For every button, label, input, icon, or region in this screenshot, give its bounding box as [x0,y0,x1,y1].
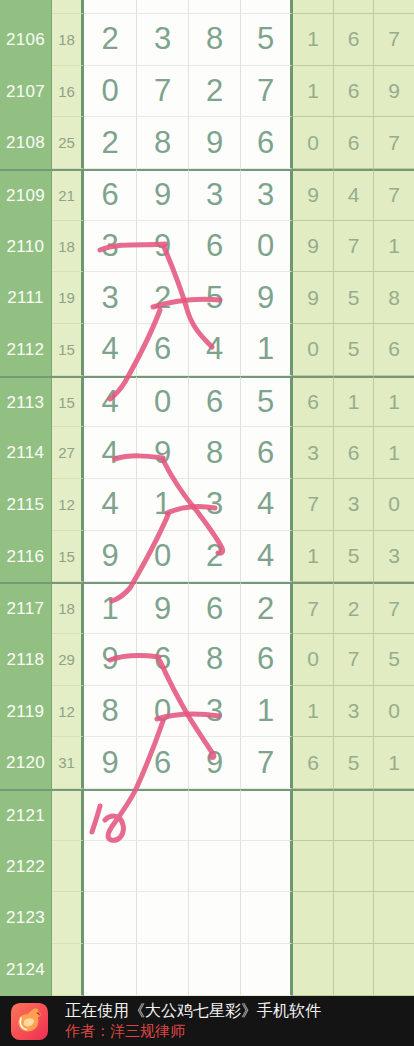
tail-digit-cell [334,892,374,944]
tail-digit-cell [374,841,414,893]
main-digit-cell: 4 [241,479,293,531]
tail-digit-cell: 1 [334,376,374,428]
app-screen: 2106182385167210716072716921082528960672… [0,0,414,1046]
period-cell: 2116 [0,531,52,583]
main-digit-cell: 9 [137,169,189,221]
main-digit-cell: 3 [84,272,137,324]
period-cell: 2106 [0,14,52,66]
main-digit-cell: 8 [84,686,137,738]
main-digit-cell: 9 [189,737,241,789]
main-digit-cell [241,841,293,893]
main-digit-cell: 4 [84,324,137,376]
period-cell [0,0,52,14]
main-digit-cell: 8 [189,14,241,66]
main-digit-cell: 6 [137,324,189,376]
tail-digit-cell: 0 [293,117,334,169]
sum-cell: 27 [52,427,84,479]
tail-digit-cell: 0 [374,686,414,738]
tail-digit-cell: 1 [293,686,334,738]
period-cell: 2124 [0,944,52,996]
main-digit-cell: 4 [84,376,137,428]
main-digit-cell: 0 [137,376,189,428]
tail-digit-cell: 6 [334,66,374,118]
main-digit-cell [137,841,189,893]
tail-digit-cell [334,841,374,893]
footer-author-text: 作者：洋三规律师 [65,1022,321,1041]
main-digit-cell: 3 [189,479,241,531]
main-digit-cell: 3 [137,14,189,66]
main-digit-cell: 6 [137,634,189,686]
period-cell: 2123 [0,892,52,944]
tail-digit-cell: 1 [293,531,334,583]
main-digit-cell [84,892,137,944]
sum-cell: 31 [52,737,84,789]
main-digit-cell: 9 [137,221,189,273]
period-cell: 2110 [0,221,52,273]
tail-digit-cell: 5 [334,272,374,324]
period-cell: 2113 [0,376,52,428]
sum-cell: 19 [52,272,84,324]
main-digit-cell: 6 [241,634,293,686]
tail-digit-cell [293,841,334,893]
main-digit-cell [241,944,293,996]
main-digit-cell: 6 [241,427,293,479]
tail-digit-cell [374,944,414,996]
main-digit-cell: 9 [137,582,189,634]
main-digit-cell: 2 [84,117,137,169]
main-digit-cell [241,789,293,841]
main-digit-cell: 2 [84,14,137,66]
period-cell: 2120 [0,737,52,789]
main-digit-cell: 1 [241,686,293,738]
sum-cell: 12 [52,479,84,531]
main-digit-cell: 1 [241,324,293,376]
period-cell: 2117 [0,582,52,634]
tail-digit-cell: 3 [334,686,374,738]
tail-digit-cell: 4 [334,169,374,221]
main-digit-cell: 4 [84,427,137,479]
sum-cell [52,944,84,996]
main-digit-cell [137,892,189,944]
main-digit-cell: 6 [84,169,137,221]
tail-digit-cell: 6 [293,737,334,789]
main-digit-cell: 3 [189,169,241,221]
tail-digit-cell: 1 [374,376,414,428]
tail-digit-cell [374,0,414,14]
tail-digit-cell: 7 [334,221,374,273]
tail-digit-cell: 6 [334,117,374,169]
main-digit-cell: 9 [84,634,137,686]
main-digit-cell: 6 [137,737,189,789]
tail-digit-cell: 1 [374,427,414,479]
tail-digit-cell: 3 [374,531,414,583]
sum-cell: 29 [52,634,84,686]
period-cell: 2107 [0,66,52,118]
main-digit-cell [137,789,189,841]
trend-chart-scroll-area[interactable]: 2106182385167210716072716921082528960672… [0,0,414,996]
tail-digit-cell [334,944,374,996]
main-digit-cell: 9 [189,117,241,169]
tail-digit-cell: 7 [374,169,414,221]
main-digit-cell: 9 [84,737,137,789]
main-digit-cell: 0 [84,66,137,118]
period-cell: 2119 [0,686,52,738]
main-digit-cell [84,944,137,996]
footer-using-text: 正在使用《大公鸡七星彩》手机软件 [65,1001,321,1021]
sum-cell: 12 [52,686,84,738]
period-cell: 2112 [0,324,52,376]
main-digit-cell [189,0,241,14]
tail-digit-cell: 9 [293,272,334,324]
tail-digit-cell: 0 [293,324,334,376]
main-digit-cell [84,789,137,841]
sum-cell: 15 [52,531,84,583]
sum-cell [52,841,84,893]
tail-digit-cell: 1 [374,737,414,789]
trend-table: 2106182385167210716072716921082528960672… [0,0,414,996]
tail-digit-cell: 2 [334,582,374,634]
main-digit-cell: 2 [189,531,241,583]
tail-digit-cell: 8 [374,272,414,324]
sum-cell: 18 [52,221,84,273]
tail-digit-cell [293,0,334,14]
tail-digit-cell: 5 [334,737,374,789]
tail-digit-cell: 7 [374,14,414,66]
main-digit-cell: 0 [137,686,189,738]
tail-digit-cell: 1 [293,66,334,118]
tail-digit-cell: 3 [334,479,374,531]
main-digit-cell: 6 [189,582,241,634]
main-digit-cell: 2 [189,66,241,118]
main-digit-cell [189,789,241,841]
tail-digit-cell: 6 [374,324,414,376]
sum-cell: 16 [52,66,84,118]
period-cell: 2111 [0,272,52,324]
sum-cell: 21 [52,169,84,221]
main-digit-cell: 8 [189,427,241,479]
main-digit-cell: 9 [241,272,293,324]
period-cell: 2108 [0,117,52,169]
tail-digit-cell [293,789,334,841]
main-digit-cell [137,944,189,996]
tail-digit-cell: 7 [293,479,334,531]
period-cell: 2114 [0,427,52,479]
main-digit-cell: 0 [137,531,189,583]
main-digit-cell: 0 [241,221,293,273]
main-digit-cell: 8 [189,634,241,686]
main-digit-cell [241,0,293,14]
main-digit-cell [189,944,241,996]
tail-digit-cell: 0 [374,479,414,531]
main-digit-cell: 1 [84,582,137,634]
footer-text-block: 正在使用《大公鸡七星彩》手机软件 作者：洋三规律师 [65,1001,321,1041]
tail-digit-cell [334,789,374,841]
main-digit-cell: 6 [189,376,241,428]
period-cell: 2115 [0,479,52,531]
main-digit-cell: 9 [84,531,137,583]
period-cell: 2121 [0,789,52,841]
tail-digit-cell [293,892,334,944]
main-digit-cell: 6 [189,221,241,273]
main-digit-cell: 3 [84,221,137,273]
period-cell: 2122 [0,841,52,893]
main-digit-cell: 5 [189,272,241,324]
main-digit-cell: 2 [241,582,293,634]
sum-cell [52,0,84,14]
tail-digit-cell: 3 [293,427,334,479]
main-digit-cell: 7 [137,66,189,118]
tail-digit-cell: 6 [334,427,374,479]
sum-cell: 18 [52,582,84,634]
period-cell: 2118 [0,634,52,686]
tail-digit-cell: 6 [334,14,374,66]
tail-digit-cell: 9 [374,66,414,118]
main-digit-cell: 5 [241,376,293,428]
tail-digit-cell [293,944,334,996]
main-digit-cell: 4 [241,531,293,583]
main-digit-cell [137,0,189,14]
tail-digit-cell: 5 [334,531,374,583]
period-cell: 2109 [0,169,52,221]
tail-digit-cell: 7 [293,582,334,634]
main-digit-cell: 8 [137,117,189,169]
tail-digit-cell: 7 [374,582,414,634]
tail-digit-cell: 9 [293,221,334,273]
sum-cell [52,789,84,841]
main-digit-cell: 1 [137,479,189,531]
main-digit-cell: 9 [137,427,189,479]
main-digit-cell: 3 [241,169,293,221]
main-digit-cell: 3 [189,686,241,738]
tail-digit-cell: 1 [293,14,334,66]
tail-digit-cell: 5 [374,634,414,686]
tail-digit-cell: 7 [374,117,414,169]
tail-digit-cell [374,892,414,944]
tail-digit-cell: 7 [334,634,374,686]
footer-bar: 正在使用《大公鸡七星彩》手机软件 作者：洋三规律师 [0,996,414,1046]
tail-digit-cell: 6 [293,376,334,428]
main-digit-cell [241,892,293,944]
main-digit-cell: 4 [84,479,137,531]
main-digit-cell: 7 [241,737,293,789]
main-digit-cell [84,0,137,14]
tail-digit-cell: 1 [374,221,414,273]
main-digit-cell [189,841,241,893]
tail-digit-cell [334,0,374,14]
sum-cell: 18 [52,14,84,66]
main-digit-cell: 7 [241,66,293,118]
sum-cell: 15 [52,376,84,428]
tail-digit-cell [374,789,414,841]
sum-cell: 15 [52,324,84,376]
tail-digit-cell: 0 [293,634,334,686]
main-digit-cell: 5 [241,14,293,66]
main-digit-cell: 6 [241,117,293,169]
tail-digit-cell: 9 [293,169,334,221]
main-digit-cell [189,892,241,944]
sum-cell [52,892,84,944]
main-digit-cell: 4 [189,324,241,376]
main-digit-cell: 2 [137,272,189,324]
tail-digit-cell: 5 [334,324,374,376]
rooster-app-icon [11,1003,48,1040]
sum-cell: 25 [52,117,84,169]
main-digit-cell [84,841,137,893]
